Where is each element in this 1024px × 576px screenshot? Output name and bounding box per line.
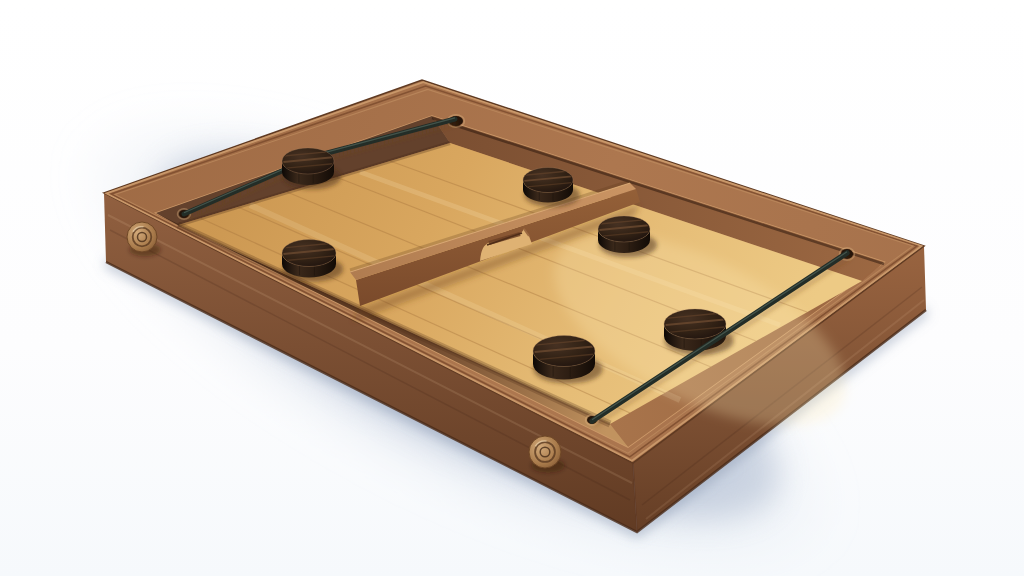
product-render bbox=[0, 0, 1024, 576]
sling-puck-board bbox=[0, 0, 1024, 576]
